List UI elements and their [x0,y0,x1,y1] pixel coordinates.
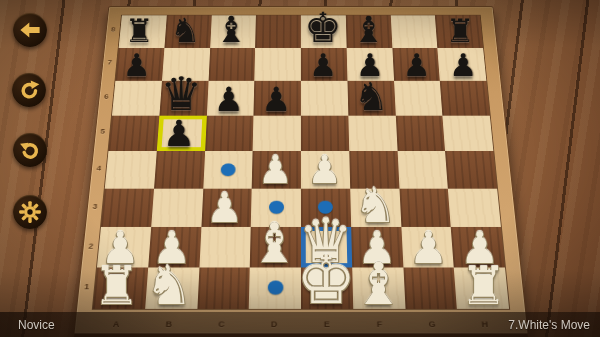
undo-arrow-icon [19,139,41,161]
back-arrow-icon [19,19,41,41]
piece-white-k-e1[interactable]: ♚ [296,247,356,314]
piece-white-r-h1[interactable]: ♜ [460,261,507,313]
piece-black-p-g7[interactable]: ♟ [403,50,431,81]
piece-black-p-e7[interactable]: ♟ [309,50,337,81]
piece-black-p-a7[interactable]: ♟ [123,50,151,81]
undo-button[interactable] [13,133,47,167]
piece-black-q-b6[interactable]: ♛ [160,71,202,117]
piece-white-p-c3[interactable]: ♟ [206,188,243,229]
piece-black-r-h8[interactable]: ♜ [446,15,475,47]
rotate-button[interactable] [12,73,46,107]
back-button[interactable] [13,13,47,47]
piece-black-n-f6[interactable]: ♞ [354,78,389,117]
piece-black-p-c6[interactable]: ♟ [214,83,244,116]
rotate-icon [18,79,40,101]
piece-black-b-f8[interactable]: ♝ [352,12,385,48]
piece-white-b-f1[interactable]: ♝ [352,255,404,313]
piece-black-r-a8[interactable]: ♜ [125,15,154,47]
move-indicator: 7.White's Move [508,318,590,332]
piece-white-n-b1[interactable]: ♞ [145,259,193,313]
piece-white-p-d4[interactable]: ♟ [258,151,293,190]
piece-black-p-h7[interactable]: ♟ [449,50,477,81]
piece-white-p-e4[interactable]: ♟ [307,151,342,190]
piece-black-k-e8[interactable]: ♚ [304,7,341,49]
piece-white-r-a1[interactable]: ♜ [93,261,140,313]
settings-button[interactable] [13,195,47,229]
piece-black-p-d6[interactable]: ♟ [261,83,291,116]
piece-black-b-c8[interactable]: ♝ [215,12,248,48]
chess-app-screen: ABCDEFGH12345678 ♜♞♝♚♝♜♟♟♟♟♟♛♟♟♞♟♟♟♟♞♟♟♝… [0,0,600,337]
piece-white-b-d2[interactable]: ♝ [250,216,299,271]
gear-icon [18,200,42,224]
piece-black-p-b5[interactable]: ♟ [163,116,195,152]
piece-black-n-b8[interactable]: ♞ [170,14,200,48]
piece-white-p-g2[interactable]: ♟ [409,226,448,270]
difficulty-label: Novice [18,318,55,332]
